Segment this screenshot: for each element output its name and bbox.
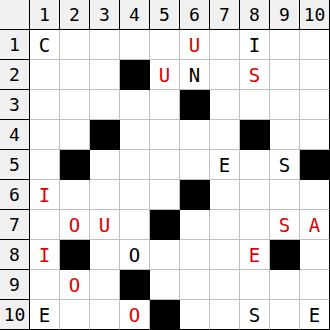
grid-cell-r4c9[interactable] bbox=[270, 120, 300, 150]
grid-cell-r7c1[interactable] bbox=[30, 210, 60, 240]
black-cell-r8c2 bbox=[60, 240, 90, 270]
grid-cell-r1c3[interactable] bbox=[90, 30, 120, 60]
grid-cell-r1c1[interactable]: C bbox=[30, 30, 60, 60]
grid-cell-r3c3[interactable] bbox=[90, 90, 120, 120]
black-cell-r8c9 bbox=[270, 240, 300, 270]
grid-cell-r1c8[interactable]: I bbox=[240, 30, 270, 60]
grid-cell-r7c10[interactable]: A bbox=[300, 210, 330, 240]
grid-cell-r4c2[interactable] bbox=[60, 120, 90, 150]
grid-cell-r9c6[interactable] bbox=[180, 270, 210, 300]
grid-cell-r6c1[interactable]: I bbox=[30, 180, 60, 210]
crossword-board: 123456789101CUI2UNS345ES6I7OUSA8IOE9O10E… bbox=[0, 0, 330, 330]
grid-cell-r10c2[interactable] bbox=[60, 300, 90, 330]
row-header-2: 2 bbox=[0, 60, 30, 90]
row-header-3: 3 bbox=[0, 90, 30, 120]
col-header-3: 3 bbox=[90, 0, 120, 30]
grid-cell-r5c4[interactable] bbox=[120, 150, 150, 180]
grid-cell-r3c9[interactable] bbox=[270, 90, 300, 120]
grid-cell-r6c8[interactable] bbox=[240, 180, 270, 210]
row-header-9: 9 bbox=[0, 270, 30, 300]
grid-cell-r2c6[interactable]: N bbox=[180, 60, 210, 90]
row-header-5: 5 bbox=[0, 150, 30, 180]
col-header-8: 8 bbox=[240, 0, 270, 30]
grid-cell-r4c7[interactable] bbox=[210, 120, 240, 150]
col-header-2: 2 bbox=[60, 0, 90, 30]
grid-cell-r7c4[interactable] bbox=[120, 210, 150, 240]
grid-cell-r1c7[interactable] bbox=[210, 30, 240, 60]
grid-cell-r9c1[interactable] bbox=[30, 270, 60, 300]
grid-cell-r5c1[interactable] bbox=[30, 150, 60, 180]
row-header-7: 7 bbox=[0, 210, 30, 240]
black-cell-r5c10 bbox=[300, 150, 330, 180]
grid-cell-r10c3[interactable] bbox=[90, 300, 120, 330]
grid-cell-r8c6[interactable] bbox=[180, 240, 210, 270]
grid-cell-r6c5[interactable] bbox=[150, 180, 180, 210]
grid-cell-r8c4[interactable]: O bbox=[120, 240, 150, 270]
col-header-7: 7 bbox=[210, 0, 240, 30]
grid-cell-r2c5[interactable]: U bbox=[150, 60, 180, 90]
row-header-4: 4 bbox=[0, 120, 30, 150]
black-cell-r5c2 bbox=[60, 150, 90, 180]
grid-cell-r2c3[interactable] bbox=[90, 60, 120, 90]
grid-cell-r7c8[interactable] bbox=[240, 210, 270, 240]
grid-cell-r7c9[interactable]: S bbox=[270, 210, 300, 240]
grid-cell-r8c1[interactable]: I bbox=[30, 240, 60, 270]
grid-cell-r9c9[interactable] bbox=[270, 270, 300, 300]
grid-cell-r6c2[interactable] bbox=[60, 180, 90, 210]
grid-cell-r5c8[interactable] bbox=[240, 150, 270, 180]
grid-cell-r3c8[interactable] bbox=[240, 90, 270, 120]
col-header-5: 5 bbox=[150, 0, 180, 30]
grid-cell-r4c10[interactable] bbox=[300, 120, 330, 150]
grid-cell-r5c7[interactable]: E bbox=[210, 150, 240, 180]
row-header-6: 6 bbox=[0, 180, 30, 210]
col-header-1: 1 bbox=[30, 0, 60, 30]
grid-cell-r9c8[interactable] bbox=[240, 270, 270, 300]
row-header-10: 10 bbox=[0, 300, 30, 330]
corner-header-cell bbox=[0, 0, 30, 30]
grid-cell-r3c10[interactable] bbox=[300, 90, 330, 120]
black-cell-r4c8 bbox=[240, 120, 270, 150]
grid-cell-r6c7[interactable] bbox=[210, 180, 240, 210]
grid-cell-r2c8[interactable]: S bbox=[240, 60, 270, 90]
row-header-1: 1 bbox=[0, 30, 30, 60]
black-cell-r3c6 bbox=[180, 90, 210, 120]
grid-cell-r7c7[interactable] bbox=[210, 210, 240, 240]
grid-cell-r1c4[interactable] bbox=[120, 30, 150, 60]
grid-cell-r9c5[interactable] bbox=[150, 270, 180, 300]
grid-cell-r9c2[interactable]: O bbox=[60, 270, 90, 300]
grid-cell-r5c6[interactable] bbox=[180, 150, 210, 180]
grid-cell-r3c5[interactable] bbox=[150, 90, 180, 120]
grid-cell-r5c5[interactable] bbox=[150, 150, 180, 180]
grid-cell-r10c9[interactable] bbox=[270, 300, 300, 330]
black-cell-r10c5 bbox=[150, 300, 180, 330]
grid-cell-r1c9[interactable] bbox=[270, 30, 300, 60]
grid-cell-r2c7[interactable] bbox=[210, 60, 240, 90]
grid-cell-r2c2[interactable] bbox=[60, 60, 90, 90]
grid-cell-r4c5[interactable] bbox=[150, 120, 180, 150]
grid-cell-r9c10[interactable] bbox=[300, 270, 330, 300]
grid-cell-r1c5[interactable] bbox=[150, 30, 180, 60]
grid-cell-r5c3[interactable] bbox=[90, 150, 120, 180]
grid-cell-r1c6[interactable]: U bbox=[180, 30, 210, 60]
grid-cell-r2c1[interactable] bbox=[30, 60, 60, 90]
grid-cell-r2c10[interactable] bbox=[300, 60, 330, 90]
col-header-6: 6 bbox=[180, 0, 210, 30]
col-header-10: 10 bbox=[300, 0, 330, 30]
grid-cell-r1c10[interactable] bbox=[300, 30, 330, 60]
grid-cell-r6c9[interactable] bbox=[270, 180, 300, 210]
row-header-8: 8 bbox=[0, 240, 30, 270]
grid-cell-r8c10[interactable] bbox=[300, 240, 330, 270]
grid-cell-r6c3[interactable] bbox=[90, 180, 120, 210]
grid-cell-r7c3[interactable]: U bbox=[90, 210, 120, 240]
grid-cell-r10c8[interactable]: S bbox=[240, 300, 270, 330]
grid-cell-r7c6[interactable] bbox=[180, 210, 210, 240]
grid-cell-r8c8[interactable]: E bbox=[240, 240, 270, 270]
black-cell-r9c4 bbox=[120, 270, 150, 300]
grid-cell-r4c1[interactable] bbox=[30, 120, 60, 150]
grid-cell-r10c1[interactable]: E bbox=[30, 300, 60, 330]
grid-cell-r10c6[interactable] bbox=[180, 300, 210, 330]
grid-cell-r4c4[interactable] bbox=[120, 120, 150, 150]
black-cell-r2c4 bbox=[120, 60, 150, 90]
grid-cell-r10c4[interactable]: O bbox=[120, 300, 150, 330]
grid-cell-r2c9[interactable] bbox=[270, 60, 300, 90]
black-cell-r6c6 bbox=[180, 180, 210, 210]
black-cell-r4c3 bbox=[90, 120, 120, 150]
grid-cell-r9c3[interactable] bbox=[90, 270, 120, 300]
grid-cell-r9c7[interactable] bbox=[210, 270, 240, 300]
grid-cell-r10c10[interactable]: E bbox=[300, 300, 330, 330]
grid-cell-r6c4[interactable] bbox=[120, 180, 150, 210]
grid-cell-r3c2[interactable] bbox=[60, 90, 90, 120]
grid-cell-r3c7[interactable] bbox=[210, 90, 240, 120]
grid-cell-r6c10[interactable] bbox=[300, 180, 330, 210]
grid-cell-r8c3[interactable] bbox=[90, 240, 120, 270]
grid-cell-r4c6[interactable] bbox=[180, 120, 210, 150]
grid-cell-r3c1[interactable] bbox=[30, 90, 60, 120]
grid-cell-r5c9[interactable]: S bbox=[270, 150, 300, 180]
black-cell-r7c5 bbox=[150, 210, 180, 240]
grid-cell-r7c2[interactable]: O bbox=[60, 210, 90, 240]
col-header-4: 4 bbox=[120, 0, 150, 30]
grid-cell-r1c2[interactable] bbox=[60, 30, 90, 60]
grid-cell-r3c4[interactable] bbox=[120, 90, 150, 120]
grid-cell-r8c5[interactable] bbox=[150, 240, 180, 270]
col-header-9: 9 bbox=[270, 0, 300, 30]
grid-cell-r10c7[interactable] bbox=[210, 300, 240, 330]
grid-cell-r8c7[interactable] bbox=[210, 240, 240, 270]
